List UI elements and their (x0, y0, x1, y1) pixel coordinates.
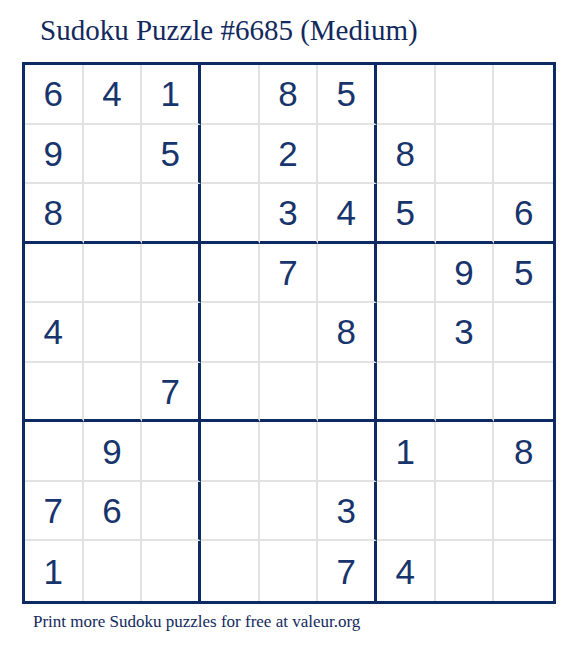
sudoku-cell-r2c2[interactable] (84, 125, 143, 185)
sudoku-cell-r2c6[interactable] (318, 125, 377, 185)
sudoku-cell-r1c2[interactable]: 4 (84, 65, 143, 125)
sudoku-cell-r8c6[interactable]: 3 (318, 482, 377, 542)
sudoku-cell-r3c5[interactable]: 3 (260, 184, 319, 244)
sudoku-cell-r4c8[interactable]: 9 (436, 244, 495, 304)
sudoku-cell-r7c8[interactable] (436, 422, 495, 482)
sudoku-cell-r9c7[interactable]: 4 (377, 541, 436, 601)
sudoku-cell-r1c3[interactable]: 1 (142, 65, 201, 125)
sudoku-cell-r9c9[interactable] (494, 541, 553, 601)
sudoku-cell-r7c6[interactable] (318, 422, 377, 482)
sudoku-cell-r4c6[interactable] (318, 244, 377, 304)
sudoku-cell-r7c3[interactable] (142, 422, 201, 482)
sudoku-cell-r4c9[interactable]: 5 (494, 244, 553, 304)
sudoku-cell-r1c8[interactable] (436, 65, 495, 125)
sudoku-cell-r3c7[interactable]: 5 (377, 184, 436, 244)
sudoku-cell-r5c1[interactable]: 4 (25, 303, 84, 363)
sudoku-cell-r6c9[interactable] (494, 363, 553, 423)
sudoku-cell-r6c2[interactable] (84, 363, 143, 423)
sudoku-cell-r3c2[interactable] (84, 184, 143, 244)
sudoku-cell-r4c2[interactable] (84, 244, 143, 304)
sudoku-cell-r1c1[interactable]: 6 (25, 65, 84, 125)
sudoku-cell-r7c2[interactable]: 9 (84, 422, 143, 482)
sudoku-cell-r5c4[interactable] (201, 303, 260, 363)
sudoku-cell-r2c4[interactable] (201, 125, 260, 185)
sudoku-cell-r6c6[interactable] (318, 363, 377, 423)
sudoku-board: 641859528834567954837918763174 (22, 62, 556, 604)
sudoku-cell-r6c4[interactable] (201, 363, 260, 423)
sudoku-cell-r7c7[interactable]: 1 (377, 422, 436, 482)
sudoku-cell-r1c9[interactable] (494, 65, 553, 125)
sudoku-cell-r9c2[interactable] (84, 541, 143, 601)
sudoku-cell-r4c7[interactable] (377, 244, 436, 304)
sudoku-cell-r6c3[interactable]: 7 (142, 363, 201, 423)
sudoku-cell-r5c5[interactable] (260, 303, 319, 363)
sudoku-cell-r5c3[interactable] (142, 303, 201, 363)
sudoku-cell-r3c6[interactable]: 4 (318, 184, 377, 244)
sudoku-cell-r1c7[interactable] (377, 65, 436, 125)
sudoku-page: Sudoku Puzzle #6685 (Medium) 64185952883… (0, 0, 574, 651)
sudoku-cell-r7c4[interactable] (201, 422, 260, 482)
sudoku-cell-r8c9[interactable] (494, 482, 553, 542)
sudoku-cell-r5c9[interactable] (494, 303, 553, 363)
sudoku-cell-r3c4[interactable] (201, 184, 260, 244)
sudoku-cell-r7c9[interactable]: 8 (494, 422, 553, 482)
sudoku-cell-r4c3[interactable] (142, 244, 201, 304)
sudoku-cell-r6c7[interactable] (377, 363, 436, 423)
sudoku-cell-r2c5[interactable]: 2 (260, 125, 319, 185)
sudoku-cell-r8c7[interactable] (377, 482, 436, 542)
sudoku-cell-r6c8[interactable] (436, 363, 495, 423)
sudoku-cell-r3c8[interactable] (436, 184, 495, 244)
sudoku-cell-r6c1[interactable] (25, 363, 84, 423)
sudoku-cell-r8c2[interactable]: 6 (84, 482, 143, 542)
sudoku-cell-r7c5[interactable] (260, 422, 319, 482)
sudoku-cell-r2c7[interactable]: 8 (377, 125, 436, 185)
sudoku-cell-r9c8[interactable] (436, 541, 495, 601)
sudoku-cell-r3c9[interactable]: 6 (494, 184, 553, 244)
sudoku-cell-r9c4[interactable] (201, 541, 260, 601)
sudoku-cell-r9c3[interactable] (142, 541, 201, 601)
sudoku-cell-r2c8[interactable] (436, 125, 495, 185)
sudoku-cell-r2c1[interactable]: 9 (25, 125, 84, 185)
sudoku-cell-r2c3[interactable]: 5 (142, 125, 201, 185)
sudoku-cell-r1c6[interactable]: 5 (318, 65, 377, 125)
sudoku-cell-r5c2[interactable] (84, 303, 143, 363)
sudoku-cell-r8c1[interactable]: 7 (25, 482, 84, 542)
sudoku-cell-r3c3[interactable] (142, 184, 201, 244)
sudoku-cell-r5c6[interactable]: 8 (318, 303, 377, 363)
sudoku-cell-r1c5[interactable]: 8 (260, 65, 319, 125)
sudoku-cell-r9c1[interactable]: 1 (25, 541, 84, 601)
page-title: Sudoku Puzzle #6685 (Medium) (40, 14, 418, 47)
sudoku-cell-r1c4[interactable] (201, 65, 260, 125)
sudoku-cell-r5c7[interactable] (377, 303, 436, 363)
sudoku-cell-r9c5[interactable] (260, 541, 319, 601)
sudoku-cell-r4c1[interactable] (25, 244, 84, 304)
sudoku-cell-r8c8[interactable] (436, 482, 495, 542)
sudoku-cell-r4c5[interactable]: 7 (260, 244, 319, 304)
sudoku-cell-r4c4[interactable] (201, 244, 260, 304)
sudoku-cell-r6c5[interactable] (260, 363, 319, 423)
sudoku-cell-r7c1[interactable] (25, 422, 84, 482)
sudoku-cell-r9c6[interactable]: 7 (318, 541, 377, 601)
sudoku-cell-r8c3[interactable] (142, 482, 201, 542)
sudoku-cell-r5c8[interactable]: 3 (436, 303, 495, 363)
footer-text: Print more Sudoku puzzles for free at va… (33, 612, 360, 632)
sudoku-cell-r2c9[interactable] (494, 125, 553, 185)
sudoku-cell-r3c1[interactable]: 8 (25, 184, 84, 244)
sudoku-cell-r8c5[interactable] (260, 482, 319, 542)
sudoku-cell-r8c4[interactable] (201, 482, 260, 542)
